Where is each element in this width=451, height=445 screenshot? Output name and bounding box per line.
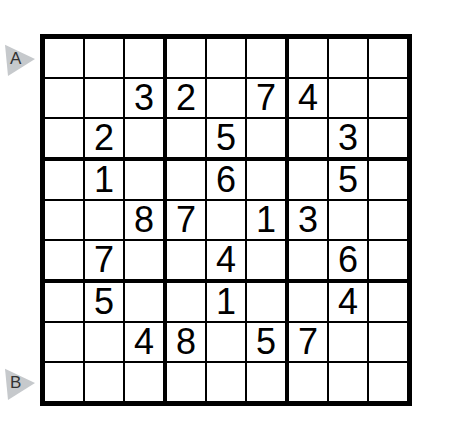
cell-r1c7[interactable] bbox=[289, 39, 327, 77]
cell-r5c6: 1 bbox=[247, 201, 285, 239]
cell-r1c6[interactable] bbox=[247, 39, 285, 77]
cell-r8c1[interactable] bbox=[45, 323, 83, 361]
cell-r9c9[interactable] bbox=[369, 363, 407, 401]
box-9: 47 bbox=[289, 283, 407, 401]
cell-r8c9[interactable] bbox=[369, 323, 407, 361]
row-marker-a: A bbox=[5, 42, 35, 76]
cell-r8c3: 4 bbox=[125, 323, 163, 361]
box-3: 43 bbox=[289, 39, 407, 157]
cell-r4c6[interactable] bbox=[247, 161, 285, 199]
cell-r7c3[interactable] bbox=[125, 283, 163, 321]
cell-r1c8[interactable] bbox=[329, 39, 367, 77]
cell-r8c8[interactable] bbox=[329, 323, 367, 361]
cell-r2c8[interactable] bbox=[329, 79, 367, 117]
cell-r6c3[interactable] bbox=[125, 241, 163, 279]
box-4: 187 bbox=[45, 161, 163, 279]
cell-r7c2: 5 bbox=[85, 283, 123, 321]
cell-r7c4[interactable] bbox=[167, 283, 205, 321]
cell-r9c1[interactable] bbox=[45, 363, 83, 401]
cell-r9c8[interactable] bbox=[329, 363, 367, 401]
cell-r5c9[interactable] bbox=[369, 201, 407, 239]
cell-r3c8: 3 bbox=[329, 119, 367, 157]
cell-r1c1[interactable] bbox=[45, 39, 83, 77]
cell-r5c2[interactable] bbox=[85, 201, 123, 239]
cell-r6c9[interactable] bbox=[369, 241, 407, 279]
row-marker-b: B bbox=[5, 366, 35, 400]
cell-r3c6[interactable] bbox=[247, 119, 285, 157]
cell-r3c1[interactable] bbox=[45, 119, 83, 157]
cell-r5c1[interactable] bbox=[45, 201, 83, 239]
cell-r2c4: 2 bbox=[167, 79, 205, 117]
box-1: 32 bbox=[45, 39, 163, 157]
row-marker-b-label: B bbox=[5, 373, 21, 393]
cell-r1c2[interactable] bbox=[85, 39, 123, 77]
cell-r1c4[interactable] bbox=[167, 39, 205, 77]
cell-r5c4: 7 bbox=[167, 201, 205, 239]
cell-r5c5[interactable] bbox=[207, 201, 245, 239]
cell-r4c2: 1 bbox=[85, 161, 123, 199]
cell-r7c9[interactable] bbox=[369, 283, 407, 321]
cell-r8c5[interactable] bbox=[207, 323, 245, 361]
cell-r1c5[interactable] bbox=[207, 39, 245, 77]
cell-r5c7: 3 bbox=[289, 201, 327, 239]
cell-r2c7: 4 bbox=[289, 79, 327, 117]
cell-r4c1[interactable] bbox=[45, 161, 83, 199]
cell-r3c9[interactable] bbox=[369, 119, 407, 157]
cell-r2c5[interactable] bbox=[207, 79, 245, 117]
cell-r8c7: 7 bbox=[289, 323, 327, 361]
row-marker-a-label: A bbox=[5, 49, 21, 69]
cell-r4c9[interactable] bbox=[369, 161, 407, 199]
sudoku-diagram: A B 322754318767145365418547 bbox=[0, 0, 451, 445]
cell-r4c3[interactable] bbox=[125, 161, 163, 199]
cell-r6c4[interactable] bbox=[167, 241, 205, 279]
cell-r3c7[interactable] bbox=[289, 119, 327, 157]
cell-r6c2: 7 bbox=[85, 241, 123, 279]
box-6: 536 bbox=[289, 161, 407, 279]
cell-r8c2[interactable] bbox=[85, 323, 123, 361]
cell-r3c5: 5 bbox=[207, 119, 245, 157]
cell-r7c1[interactable] bbox=[45, 283, 83, 321]
cell-r9c4[interactable] bbox=[167, 363, 205, 401]
cell-r9c7[interactable] bbox=[289, 363, 327, 401]
cell-r4c7[interactable] bbox=[289, 161, 327, 199]
cell-r2c6: 7 bbox=[247, 79, 285, 117]
cell-r6c8: 6 bbox=[329, 241, 367, 279]
box-8: 185 bbox=[167, 283, 285, 401]
cell-r2c9[interactable] bbox=[369, 79, 407, 117]
cell-r5c3: 8 bbox=[125, 201, 163, 239]
cell-r7c8: 4 bbox=[329, 283, 367, 321]
cell-r7c5: 1 bbox=[207, 283, 245, 321]
cell-r3c3[interactable] bbox=[125, 119, 163, 157]
box-7: 54 bbox=[45, 283, 163, 401]
cell-r8c4: 8 bbox=[167, 323, 205, 361]
cell-r1c9[interactable] bbox=[369, 39, 407, 77]
cell-r9c6[interactable] bbox=[247, 363, 285, 401]
cell-r9c5[interactable] bbox=[207, 363, 245, 401]
cell-r7c6[interactable] bbox=[247, 283, 285, 321]
cell-r7c7[interactable] bbox=[289, 283, 327, 321]
cell-r3c2: 2 bbox=[85, 119, 123, 157]
cell-r6c5: 4 bbox=[207, 241, 245, 279]
cell-r5c8[interactable] bbox=[329, 201, 367, 239]
cell-r8c6: 5 bbox=[247, 323, 285, 361]
cell-r6c6[interactable] bbox=[247, 241, 285, 279]
cell-r4c4[interactable] bbox=[167, 161, 205, 199]
cell-r6c1[interactable] bbox=[45, 241, 83, 279]
cell-r6c7[interactable] bbox=[289, 241, 327, 279]
cell-r9c3[interactable] bbox=[125, 363, 163, 401]
box-5: 6714 bbox=[167, 161, 285, 279]
cell-r3c4[interactable] bbox=[167, 119, 205, 157]
cell-r2c1[interactable] bbox=[45, 79, 83, 117]
cell-r2c2[interactable] bbox=[85, 79, 123, 117]
sudoku-board: 322754318767145365418547 bbox=[40, 34, 412, 406]
box-2: 275 bbox=[167, 39, 285, 157]
cell-r4c8: 5 bbox=[329, 161, 367, 199]
cell-r1c3[interactable] bbox=[125, 39, 163, 77]
cell-r9c2[interactable] bbox=[85, 363, 123, 401]
cell-r2c3: 3 bbox=[125, 79, 163, 117]
cell-r4c5: 6 bbox=[207, 161, 245, 199]
